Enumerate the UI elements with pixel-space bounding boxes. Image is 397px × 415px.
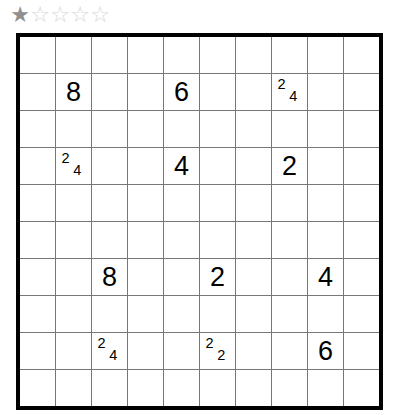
cell-r1c5[interactable]: [164, 37, 199, 73]
cell-r9c8[interactable]: [272, 333, 307, 369]
cell-r6c4[interactable]: [128, 222, 163, 258]
cell-r5c7[interactable]: [236, 185, 271, 221]
cell-r9c5[interactable]: [164, 333, 199, 369]
clue-value: 8: [92, 259, 127, 295]
cell-r3c7[interactable]: [236, 111, 271, 147]
clue-value-bottom-right: 4: [73, 163, 81, 178]
cell-r4c1[interactable]: [20, 148, 55, 184]
clue-value-bottom-right: 4: [109, 348, 117, 363]
cell-r9c3: 24: [92, 333, 127, 369]
cell-r2c3[interactable]: [92, 74, 127, 110]
cell-r5c2[interactable]: [56, 185, 91, 221]
cell-r5c4[interactable]: [128, 185, 163, 221]
cell-r7c9: 4: [308, 259, 343, 295]
cell-r4c3[interactable]: [92, 148, 127, 184]
cell-r2c2: 8: [56, 74, 91, 110]
cell-r10c7[interactable]: [236, 370, 271, 406]
star-empty-icon: ☆: [90, 1, 110, 29]
cell-r4c4[interactable]: [128, 148, 163, 184]
cell-r7c4[interactable]: [128, 259, 163, 295]
cell-r6c1[interactable]: [20, 222, 55, 258]
cell-r2c8: 24: [272, 74, 307, 110]
cell-r5c3[interactable]: [92, 185, 127, 221]
cell-r1c2[interactable]: [56, 37, 91, 73]
cell-r7c1[interactable]: [20, 259, 55, 295]
cell-r1c7[interactable]: [236, 37, 271, 73]
clue-value-bottom-right: 4: [289, 89, 297, 104]
cell-r5c6[interactable]: [200, 185, 235, 221]
star-empty-icon: ☆: [30, 1, 50, 29]
cell-r5c10[interactable]: [344, 185, 379, 221]
cell-r2c10[interactable]: [344, 74, 379, 110]
cell-r2c6[interactable]: [200, 74, 235, 110]
clue-value: 6: [164, 74, 199, 110]
cell-r4c2: 24: [56, 148, 91, 184]
cell-r1c10[interactable]: [344, 37, 379, 73]
cell-r7c2[interactable]: [56, 259, 91, 295]
cell-r9c2[interactable]: [56, 333, 91, 369]
cell-r10c10[interactable]: [344, 370, 379, 406]
clue-value: 2: [272, 148, 307, 184]
puzzle-grid: 8624244282424226: [16, 33, 383, 410]
cell-r9c4[interactable]: [128, 333, 163, 369]
clue-value: 4: [164, 148, 199, 184]
cell-r6c10[interactable]: [344, 222, 379, 258]
star-filled-icon: ★: [10, 1, 30, 29]
difficulty-rating: ★☆☆☆☆: [10, 1, 110, 29]
cell-r6c6[interactable]: [200, 222, 235, 258]
cell-r7c8[interactable]: [272, 259, 307, 295]
clue-value-top-left: 2: [206, 336, 214, 351]
cell-r8c10[interactable]: [344, 296, 379, 332]
clue-value: 4: [308, 259, 343, 295]
cell-r8c1[interactable]: [20, 296, 55, 332]
cell-r9c6: 22: [200, 333, 235, 369]
cell-r6c2[interactable]: [56, 222, 91, 258]
cell-r4c7[interactable]: [236, 148, 271, 184]
cell-r8c6[interactable]: [200, 296, 235, 332]
cell-r8c5[interactable]: [164, 296, 199, 332]
clue-value-top-left: 2: [278, 77, 286, 92]
star-empty-icon: ☆: [50, 1, 70, 29]
cell-r6c9[interactable]: [308, 222, 343, 258]
cell-r8c2[interactable]: [56, 296, 91, 332]
cell-r3c10[interactable]: [344, 111, 379, 147]
cell-r8c9[interactable]: [308, 296, 343, 332]
cell-r10c4[interactable]: [128, 370, 163, 406]
cell-r9c1[interactable]: [20, 333, 55, 369]
cell-r4c8: 2: [272, 148, 307, 184]
clue-value: 6: [308, 333, 343, 369]
cell-r10c3[interactable]: [92, 370, 127, 406]
cell-r6c5[interactable]: [164, 222, 199, 258]
cell-r10c6[interactable]: [200, 370, 235, 406]
cell-r2c5: 6: [164, 74, 199, 110]
cell-r8c8[interactable]: [272, 296, 307, 332]
cell-r5c8[interactable]: [272, 185, 307, 221]
cell-r3c9[interactable]: [308, 111, 343, 147]
cell-r4c10[interactable]: [344, 148, 379, 184]
cell-r2c7[interactable]: [236, 74, 271, 110]
cell-r7c6: 2: [200, 259, 235, 295]
cell-r8c4[interactable]: [128, 296, 163, 332]
cell-r10c1[interactable]: [20, 370, 55, 406]
cell-r1c3[interactable]: [92, 37, 127, 73]
cell-r7c3: 8: [92, 259, 127, 295]
cell-r9c9: 6: [308, 333, 343, 369]
clue-value-top-left: 2: [62, 151, 70, 166]
cell-r2c4[interactable]: [128, 74, 163, 110]
cell-r9c10[interactable]: [344, 333, 379, 369]
cell-r7c10[interactable]: [344, 259, 379, 295]
clue-value: 8: [56, 74, 91, 110]
star-empty-icon: ☆: [70, 1, 90, 29]
cell-r10c8[interactable]: [272, 370, 307, 406]
cell-r5c1[interactable]: [20, 185, 55, 221]
cell-r9c7[interactable]: [236, 333, 271, 369]
cell-r3c6[interactable]: [200, 111, 235, 147]
cell-r6c8[interactable]: [272, 222, 307, 258]
clue-value-top-left: 2: [98, 336, 106, 351]
cell-r8c3[interactable]: [92, 296, 127, 332]
cell-r3c5[interactable]: [164, 111, 199, 147]
cell-r7c7[interactable]: [236, 259, 271, 295]
cell-r1c6[interactable]: [200, 37, 235, 73]
cell-r3c8[interactable]: [272, 111, 307, 147]
cell-r4c5: 4: [164, 148, 199, 184]
cell-r10c9[interactable]: [308, 370, 343, 406]
cell-r10c2[interactable]: [56, 370, 91, 406]
cell-r3c2[interactable]: [56, 111, 91, 147]
cell-r1c1[interactable]: [20, 37, 55, 73]
cell-r1c8[interactable]: [272, 37, 307, 73]
cell-r3c1[interactable]: [20, 111, 55, 147]
cell-r4c9[interactable]: [308, 148, 343, 184]
cell-r5c5[interactable]: [164, 185, 199, 221]
cell-r1c9[interactable]: [308, 37, 343, 73]
cell-r2c1[interactable]: [20, 74, 55, 110]
cell-r8c7[interactable]: [236, 296, 271, 332]
cell-r2c9[interactable]: [308, 74, 343, 110]
cell-r1c4[interactable]: [128, 37, 163, 73]
cell-r3c4[interactable]: [128, 111, 163, 147]
cell-r7c5[interactable]: [164, 259, 199, 295]
cell-r5c9[interactable]: [308, 185, 343, 221]
cell-r4c6[interactable]: [200, 148, 235, 184]
clue-value-bottom-right: 2: [217, 348, 225, 363]
cell-r6c3[interactable]: [92, 222, 127, 258]
cell-r3c3[interactable]: [92, 111, 127, 147]
cell-r10c5[interactable]: [164, 370, 199, 406]
clue-value: 2: [200, 259, 235, 295]
cell-r6c7[interactable]: [236, 222, 271, 258]
